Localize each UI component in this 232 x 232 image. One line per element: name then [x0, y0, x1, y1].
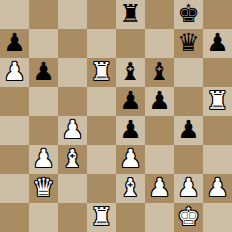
piece-black-pawn: ♟ [119, 116, 141, 144]
square-h5[interactable]: ♜ [203, 87, 232, 116]
piece-black-rook: ♜ [119, 0, 141, 28]
square-g4[interactable]: ♟ [174, 116, 203, 145]
square-f8[interactable] [145, 0, 174, 29]
square-g2[interactable]: ♟ [174, 174, 203, 203]
piece-white-rook: ♜ [206, 87, 228, 115]
square-g1[interactable]: ♚ [174, 203, 203, 232]
piece-black-queen: ♛ [177, 29, 199, 57]
square-e7[interactable] [116, 29, 145, 58]
piece-black-king: ♚ [177, 0, 199, 28]
piece-white-pawn: ♟ [119, 145, 141, 173]
square-h6[interactable] [203, 58, 232, 87]
piece-black-pawn: ♟ [177, 116, 199, 144]
piece-white-queen: ♛ [32, 174, 54, 202]
square-d2[interactable] [87, 174, 116, 203]
square-c2[interactable] [58, 174, 87, 203]
square-a5[interactable] [0, 87, 29, 116]
square-e3[interactable]: ♟ [116, 145, 145, 174]
piece-white-pawn: ♟ [32, 145, 54, 173]
square-d7[interactable] [87, 29, 116, 58]
piece-white-rook: ♜ [90, 203, 112, 231]
square-c5[interactable] [58, 87, 87, 116]
square-h4[interactable] [203, 116, 232, 145]
square-f4[interactable] [145, 116, 174, 145]
square-c4[interactable]: ♟ [58, 116, 87, 145]
square-c1[interactable] [58, 203, 87, 232]
piece-white-pawn: ♟ [148, 174, 170, 202]
square-b3[interactable]: ♟ [29, 145, 58, 174]
square-b4[interactable] [29, 116, 58, 145]
piece-black-pawn: ♟ [32, 58, 54, 86]
piece-black-pawn: ♟ [206, 29, 228, 57]
square-f2[interactable]: ♟ [145, 174, 174, 203]
square-b6[interactable]: ♟ [29, 58, 58, 87]
square-e6[interactable]: ♝ [116, 58, 145, 87]
piece-black-bishop: ♝ [119, 58, 141, 86]
square-b8[interactable] [29, 0, 58, 29]
piece-white-bishop: ♝ [61, 145, 83, 173]
piece-black-bishop: ♝ [148, 58, 170, 86]
square-g8[interactable]: ♚ [174, 0, 203, 29]
square-g3[interactable] [174, 145, 203, 174]
piece-black-pawn: ♟ [119, 87, 141, 115]
square-g6[interactable] [174, 58, 203, 87]
square-d6[interactable]: ♜ [87, 58, 116, 87]
square-d3[interactable] [87, 145, 116, 174]
square-b1[interactable] [29, 203, 58, 232]
square-a8[interactable] [0, 0, 29, 29]
square-h8[interactable] [203, 0, 232, 29]
square-c3[interactable]: ♝ [58, 145, 87, 174]
square-b5[interactable] [29, 87, 58, 116]
piece-white-pawn: ♟ [206, 174, 228, 202]
square-a1[interactable] [0, 203, 29, 232]
square-b7[interactable] [29, 29, 58, 58]
square-f1[interactable] [145, 203, 174, 232]
square-e5[interactable]: ♟ [116, 87, 145, 116]
square-a7[interactable]: ♟ [0, 29, 29, 58]
piece-white-bishop: ♝ [119, 174, 141, 202]
square-f6[interactable]: ♝ [145, 58, 174, 87]
square-a3[interactable] [0, 145, 29, 174]
piece-black-pawn: ♟ [148, 87, 170, 115]
piece-white-pawn: ♟ [3, 58, 25, 86]
piece-white-pawn: ♟ [177, 174, 199, 202]
piece-black-pawn: ♟ [3, 29, 25, 57]
square-g7[interactable]: ♛ [174, 29, 203, 58]
piece-white-rook: ♜ [90, 58, 112, 86]
square-e4[interactable]: ♟ [116, 116, 145, 145]
square-g5[interactable] [174, 87, 203, 116]
square-f3[interactable] [145, 145, 174, 174]
square-e1[interactable] [116, 203, 145, 232]
piece-white-pawn: ♟ [61, 116, 83, 144]
square-h3[interactable] [203, 145, 232, 174]
square-d1[interactable]: ♜ [87, 203, 116, 232]
square-d5[interactable] [87, 87, 116, 116]
square-h1[interactable] [203, 203, 232, 232]
square-d8[interactable] [87, 0, 116, 29]
square-a4[interactable] [0, 116, 29, 145]
square-b2[interactable]: ♛ [29, 174, 58, 203]
piece-white-king: ♚ [177, 203, 199, 231]
square-a2[interactable] [0, 174, 29, 203]
square-c8[interactable] [58, 0, 87, 29]
square-h2[interactable]: ♟ [203, 174, 232, 203]
square-e2[interactable]: ♝ [116, 174, 145, 203]
square-a6[interactable]: ♟ [0, 58, 29, 87]
square-d4[interactable] [87, 116, 116, 145]
square-h7[interactable]: ♟ [203, 29, 232, 58]
square-c6[interactable] [58, 58, 87, 87]
square-f5[interactable]: ♟ [145, 87, 174, 116]
chess-board: ♜♚♟♛♟♟♟♜♝♝♟♟♜♟♟♟♟♝♟♛♝♟♟♟♜♚ [0, 0, 232, 232]
square-f7[interactable] [145, 29, 174, 58]
square-c7[interactable] [58, 29, 87, 58]
square-e8[interactable]: ♜ [116, 0, 145, 29]
